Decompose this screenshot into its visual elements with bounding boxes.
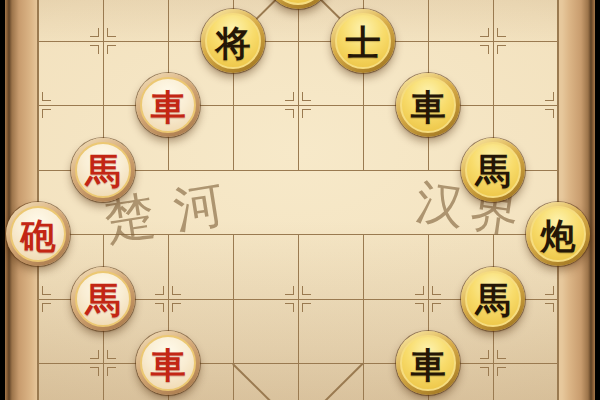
piece-black-advisor[interactable]: 士 (331, 9, 395, 73)
piece-black-horse[interactable]: 馬 (461, 267, 525, 331)
piece-glyph: 士 (346, 25, 381, 60)
piece-red-cannon[interactable]: 砲 (6, 202, 70, 266)
piece-face: 砲 (10, 206, 66, 262)
piece-glyph: 車 (151, 347, 186, 382)
piece-face: 馬 (465, 271, 521, 327)
xiangqi-app: 楚河 汉界 士将士車車馬馬砲炮馬馬車車 (0, 0, 600, 400)
position-marker (283, 90, 313, 120)
piece-face: 将 (205, 13, 261, 69)
piece-black-chariot[interactable]: 車 (396, 331, 460, 395)
piece-face: 車 (140, 77, 196, 133)
piece-glyph: 将 (216, 25, 251, 60)
position-marker (23, 90, 53, 120)
piece-glyph: 車 (151, 89, 186, 124)
piece-face: 馬 (75, 142, 131, 198)
xiangqi-board: 楚河 汉界 士将士車車馬馬砲炮馬馬車車 (0, 0, 600, 400)
piece-face: 馬 (465, 142, 521, 198)
position-marker (283, 284, 313, 314)
piece-glyph: 馬 (86, 153, 121, 188)
piece-glyph: 馬 (86, 282, 121, 317)
piece-red-horse[interactable]: 馬 (71, 138, 135, 202)
position-marker (478, 26, 508, 56)
position-marker (543, 90, 573, 120)
piece-face: 車 (140, 335, 196, 391)
piece-face: 炮 (530, 206, 586, 262)
piece-red-chariot[interactable]: 車 (136, 73, 200, 137)
piece-black-chariot[interactable]: 車 (396, 73, 460, 137)
position-marker (88, 348, 118, 378)
position-marker (413, 284, 443, 314)
piece-black-general[interactable]: 将 (201, 9, 265, 73)
piece-face: 馬 (75, 271, 131, 327)
position-marker (543, 284, 573, 314)
piece-glyph: 車 (411, 89, 446, 124)
piece-red-horse[interactable]: 馬 (71, 267, 135, 331)
piece-glyph: 馬 (476, 153, 511, 188)
board-right-border-line (557, 0, 559, 400)
piece-glyph: 炮 (541, 218, 576, 253)
position-marker (88, 26, 118, 56)
position-marker (478, 348, 508, 378)
position-marker (23, 284, 53, 314)
piece-red-chariot[interactable]: 車 (136, 331, 200, 395)
piece-face: 士 (335, 13, 391, 69)
piece-glyph: 砲 (21, 218, 56, 253)
position-marker (153, 284, 183, 314)
piece-black-horse[interactable]: 馬 (461, 138, 525, 202)
piece-black-cannon[interactable]: 炮 (526, 202, 590, 266)
board-cell[interactable] (298, 170, 363, 234)
board-left-border-line (37, 0, 39, 400)
piece-glyph: 車 (411, 347, 446, 382)
piece-face: 車 (400, 77, 456, 133)
piece-glyph: 馬 (476, 282, 511, 317)
piece-face: 車 (400, 335, 456, 391)
